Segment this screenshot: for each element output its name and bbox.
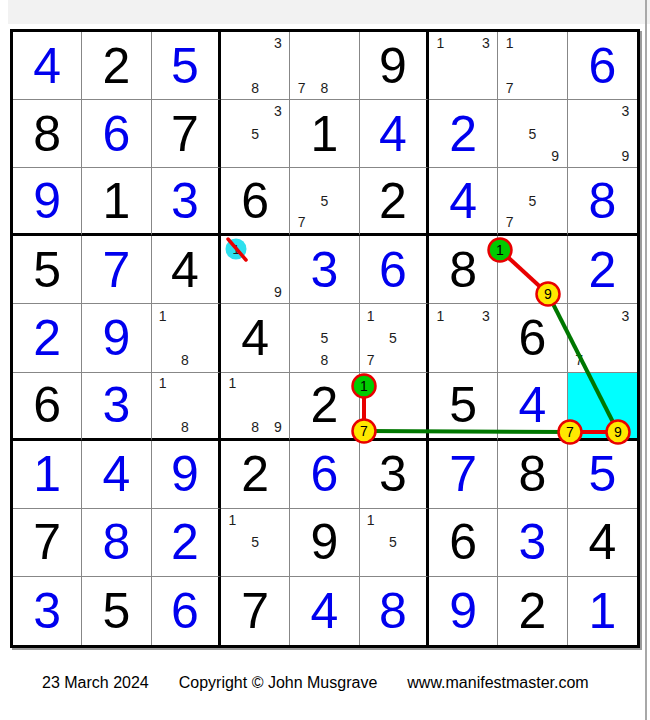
given-digit: 7 <box>221 577 289 645</box>
cell-r8c1[interactable]: 7 <box>13 509 82 577</box>
cell-r5c5[interactable]: 58 <box>290 304 359 372</box>
sudoku-board[interactable]: 4253878913176867351425939913657245785749… <box>10 29 640 648</box>
candidate: 5 <box>244 531 267 553</box>
cell-r9c6[interactable]: 8 <box>360 577 429 645</box>
candidate: 1 <box>429 32 452 54</box>
candidate: 5 <box>382 531 404 553</box>
window-top-strip <box>8 0 650 24</box>
candidate: 7 <box>360 349 382 371</box>
cell-r5c2[interactable]: 9 <box>82 304 151 372</box>
cell-r7c3[interactable]: 9 <box>152 441 221 509</box>
candidate: 3 <box>614 100 637 122</box>
given-digit: 6 <box>13 373 81 438</box>
solved-digit: 8 <box>568 168 637 233</box>
cell-r9c4[interactable]: 7 <box>221 577 290 645</box>
cell-r7c8[interactable]: 8 <box>498 441 567 509</box>
solved-digit: 9 <box>429 577 497 645</box>
cell-r2c6[interactable]: 4 <box>360 100 429 168</box>
candidate: 8 <box>244 416 267 438</box>
candidate: 1 <box>221 509 244 531</box>
cell-r8c2[interactable]: 8 <box>82 509 151 577</box>
cell-r7c2[interactable]: 4 <box>82 441 151 509</box>
cell-r1c8[interactable]: 17 <box>498 32 567 100</box>
given-digit: 5 <box>13 236 81 303</box>
candidate: 3 <box>614 304 637 326</box>
given-digit: 6 <box>429 509 497 576</box>
candidate: 1 <box>152 304 174 326</box>
cell-r8c9[interactable]: 4 <box>568 509 637 577</box>
solved-digit: 7 <box>429 441 497 508</box>
cell-r1c9[interactable]: 6 <box>568 32 637 100</box>
solved-digit: 1 <box>13 441 81 508</box>
solved-digit: 9 <box>82 304 150 371</box>
footer-date: 23 March 2024 <box>42 674 149 692</box>
given-digit: 6 <box>498 304 566 371</box>
cell-r3c8[interactable]: 57 <box>498 168 567 236</box>
candidate: 5 <box>313 190 336 212</box>
candidate: 7 <box>568 349 591 371</box>
cell-r7c5[interactable]: 6 <box>290 441 359 509</box>
cell-r7c4[interactable]: 2 <box>221 441 290 509</box>
solved-digit: 7 <box>82 236 150 303</box>
candidate: 7 <box>290 212 313 234</box>
given-digit: 9 <box>290 509 358 576</box>
given-digit: 7 <box>13 509 81 576</box>
solved-digit: 2 <box>13 304 81 371</box>
cell-r2c8[interactable]: 59 <box>498 100 567 168</box>
cell-r3c5[interactable]: 57 <box>290 168 359 236</box>
solved-digit: 2 <box>152 509 218 576</box>
given-digit: 4 <box>568 509 637 576</box>
cell-r5c8[interactable]: 6 <box>498 304 567 372</box>
candidate: 3 <box>267 100 290 122</box>
candidate: 9 <box>614 145 637 167</box>
cell-r1c3[interactable]: 5 <box>152 32 221 100</box>
cell-r2c3[interactable]: 7 <box>152 100 221 168</box>
given-digit: 8 <box>498 441 566 508</box>
cell-r8c3[interactable]: 2 <box>152 509 221 577</box>
cell-r9c9[interactable]: 1 <box>568 577 637 645</box>
given-digit: 2 <box>498 577 566 645</box>
cell-r4c9[interactable]: 2 <box>568 236 637 304</box>
candidate: 5 <box>313 327 336 349</box>
candidate: 5 <box>382 327 404 349</box>
cell-r4c6[interactable]: 6 <box>360 236 429 304</box>
footer-website: www.manifestmaster.com <box>407 674 588 692</box>
cell-r9c5[interactable]: 4 <box>290 577 359 645</box>
given-digit: 2 <box>82 32 150 99</box>
candidate: 1 <box>498 32 521 54</box>
solved-digit: 3 <box>498 509 566 576</box>
given-digit: 6 <box>221 168 289 233</box>
cell-r1c2[interactable]: 2 <box>82 32 151 100</box>
cell-r1c6[interactable]: 9 <box>360 32 429 100</box>
solved-digit: 4 <box>82 441 150 508</box>
solved-digit: 9 <box>13 168 81 233</box>
cell-r5c1[interactable]: 2 <box>13 304 82 372</box>
cell-r9c1[interactable]: 3 <box>13 577 82 645</box>
solved-digit: 8 <box>360 577 426 645</box>
solved-digit: 6 <box>152 577 218 645</box>
candidate: 9 <box>267 281 290 303</box>
cell-r4c7[interactable]: 8 <box>429 236 498 304</box>
cell-r6c7[interactable]: 5 <box>429 373 498 441</box>
cell-r2c2[interactable]: 6 <box>82 100 151 168</box>
given-digit: 2 <box>360 168 426 233</box>
cell-r9c7[interactable]: 9 <box>429 577 498 645</box>
solved-digit: 3 <box>152 168 218 233</box>
candidate: 8 <box>174 349 196 371</box>
solved-digit: 6 <box>360 236 426 303</box>
candidate: 5 <box>521 190 544 212</box>
solved-digit: 4 <box>498 373 566 438</box>
given-digit: 1 <box>82 168 150 233</box>
given-digit: 2 <box>221 441 289 508</box>
candidate: 3 <box>475 304 498 326</box>
candidate: 3 <box>267 32 290 54</box>
cell-r4c5[interactable]: 3 <box>290 236 359 304</box>
candidate: 8 <box>313 77 336 99</box>
solved-digit: 5 <box>568 441 637 508</box>
candidate: 1 <box>429 304 452 326</box>
cell-r2c9[interactable]: 39 <box>568 100 637 168</box>
candidate: 1 <box>360 509 382 531</box>
cell-r6c6[interactable] <box>360 373 429 441</box>
solved-digit: 6 <box>82 100 150 167</box>
solved-digit: 3 <box>290 236 358 303</box>
cell-r6c4[interactable]: 189 <box>221 373 290 441</box>
cell-r2c7[interactable]: 2 <box>429 100 498 168</box>
cell-r5c3[interactable]: 18 <box>152 304 221 372</box>
cell-r9c2[interactable]: 5 <box>82 577 151 645</box>
candidate: 7 <box>498 212 521 234</box>
given-digit: 5 <box>82 577 150 645</box>
cell-r1c1[interactable]: 4 <box>13 32 82 100</box>
solved-digit: 2 <box>429 100 497 167</box>
solved-digit: 9 <box>152 441 218 508</box>
cell-r1c5[interactable]: 78 <box>290 32 359 100</box>
given-digit: 8 <box>13 100 81 167</box>
given-digit: 4 <box>152 236 218 303</box>
cell-r3c2[interactable]: 1 <box>82 168 151 236</box>
cell-r3c1[interactable]: 9 <box>13 168 82 236</box>
cell-r8c6[interactable]: 15 <box>360 509 429 577</box>
cell-r7c9[interactable]: 5 <box>568 441 637 509</box>
candidate: 9 <box>544 145 567 167</box>
cell-r6c5[interactable]: 2 <box>290 373 359 441</box>
cell-r6c9[interactable] <box>568 373 637 441</box>
given-digit: 9 <box>360 32 426 99</box>
cell-r7c7[interactable]: 7 <box>429 441 498 509</box>
solved-digit: 1 <box>568 577 637 645</box>
candidate: 3 <box>475 32 498 54</box>
cell-r1c4[interactable]: 38 <box>221 32 290 100</box>
cell-r6c3[interactable]: 18 <box>152 373 221 441</box>
cell-r5c6[interactable]: 157 <box>360 304 429 372</box>
cell-r8c8[interactable]: 3 <box>498 509 567 577</box>
window-right-edge <box>645 0 647 720</box>
cell-r2c1[interactable]: 8 <box>13 100 82 168</box>
candidate: 9 <box>267 416 290 438</box>
solved-digit: 4 <box>429 168 497 233</box>
cell-r2c4[interactable]: 35 <box>221 100 290 168</box>
candidate: 7 <box>290 77 313 99</box>
cell-r2c5[interactable]: 1 <box>290 100 359 168</box>
cell-r8c7[interactable]: 6 <box>429 509 498 577</box>
cell-r6c2[interactable]: 3 <box>82 373 151 441</box>
solved-digit: 6 <box>568 32 637 99</box>
given-digit: 4 <box>221 304 289 371</box>
given-digit: 1 <box>290 100 358 167</box>
cell-r6c1[interactable]: 6 <box>13 373 82 441</box>
given-digit: 7 <box>152 100 218 167</box>
cell-r4c1[interactable]: 5 <box>13 236 82 304</box>
candidate: 5 <box>244 122 267 144</box>
candidate: 7 <box>498 77 521 99</box>
candidate: 1 <box>152 373 174 395</box>
solved-digit: 3 <box>82 373 150 438</box>
solved-digit: 5 <box>152 32 218 99</box>
given-digit: 2 <box>290 373 358 438</box>
cell-r8c5[interactable]: 9 <box>290 509 359 577</box>
solved-digit: 2 <box>568 236 637 303</box>
cell-r9c3[interactable]: 6 <box>152 577 221 645</box>
solved-digit: 4 <box>360 100 426 167</box>
solved-digit: 3 <box>13 577 81 645</box>
cell-r3c9[interactable]: 8 <box>568 168 637 236</box>
cell-r3c7[interactable]: 4 <box>429 168 498 236</box>
candidate: 8 <box>244 77 267 99</box>
solved-digit: 8 <box>82 509 150 576</box>
cell-r3c6[interactable]: 2 <box>360 168 429 236</box>
cell-r6c8[interactable]: 4 <box>498 373 567 441</box>
candidate: 8 <box>313 349 336 371</box>
cell-r5c9[interactable]: 37 <box>568 304 637 372</box>
candidate: 1 <box>360 304 382 326</box>
footer: 23 March 2024 Copyright © John Musgrave … <box>42 674 589 692</box>
candidate: 1 <box>221 373 244 395</box>
cell-r7c1[interactable]: 1 <box>13 441 82 509</box>
cell-r4c4[interactable]: 9 <box>221 236 290 304</box>
footer-copyright: Copyright © John Musgrave <box>179 674 378 692</box>
cell-r8c4[interactable]: 15 <box>221 509 290 577</box>
cell-r4c8[interactable] <box>498 236 567 304</box>
solved-digit: 6 <box>290 441 358 508</box>
solved-digit: 4 <box>13 32 81 99</box>
given-digit: 3 <box>360 441 426 508</box>
cell-r4c3[interactable]: 4 <box>152 236 221 304</box>
cell-r4c2[interactable]: 7 <box>82 236 151 304</box>
given-digit: 5 <box>429 373 497 438</box>
solved-digit: 4 <box>290 577 358 645</box>
cell-r3c3[interactable]: 3 <box>152 168 221 236</box>
cell-r1c7[interactable]: 13 <box>429 32 498 100</box>
given-digit: 8 <box>429 236 497 303</box>
cell-r3c4[interactable]: 6 <box>221 168 290 236</box>
candidate: 8 <box>174 416 196 438</box>
cell-r5c4[interactable]: 4 <box>221 304 290 372</box>
cell-r9c8[interactable]: 2 <box>498 577 567 645</box>
cell-r7c6[interactable]: 3 <box>360 441 429 509</box>
cell-r5c7[interactable]: 13 <box>429 304 498 372</box>
candidate: 5 <box>521 122 544 144</box>
